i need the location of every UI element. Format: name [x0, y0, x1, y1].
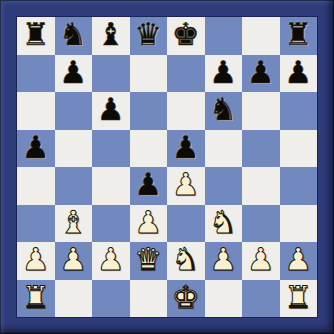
square-a1[interactable]: ♜	[17, 280, 55, 318]
black-pawn-icon: ♟	[59, 55, 87, 92]
white-queen-icon: ♛	[134, 242, 162, 279]
square-c7[interactable]	[92, 55, 130, 93]
square-c6[interactable]: ♟	[92, 92, 130, 130]
square-h1[interactable]: ♜	[280, 280, 318, 318]
white-pawn-icon: ♟	[59, 242, 87, 279]
square-g8[interactable]	[242, 17, 280, 55]
chess-board: ♜♞♝♛♚♜♟♟♟♟♟♞♟♟♟♟♝♟♞♟♟♟♛♞♟♟♟♜♚♜	[16, 16, 318, 318]
square-h8[interactable]: ♜	[280, 17, 318, 55]
black-pawn-icon: ♟	[172, 130, 200, 167]
black-pawn-icon: ♟	[97, 92, 125, 129]
square-h6[interactable]	[280, 92, 318, 130]
square-d4[interactable]: ♟	[130, 167, 168, 205]
square-h2[interactable]: ♟	[280, 242, 318, 280]
black-pawn-icon: ♟	[284, 55, 312, 92]
square-d3[interactable]: ♟	[130, 205, 168, 243]
square-f4[interactable]	[205, 167, 243, 205]
black-knight-icon: ♞	[59, 17, 87, 54]
square-d6[interactable]	[130, 92, 168, 130]
white-rook-icon: ♜	[22, 280, 50, 317]
square-h4[interactable]	[280, 167, 318, 205]
black-king-icon: ♚	[172, 17, 200, 54]
square-e4[interactable]: ♟	[167, 167, 205, 205]
black-queen-icon: ♛	[134, 17, 162, 54]
square-e6[interactable]	[167, 92, 205, 130]
white-knight-icon: ♞	[209, 205, 237, 242]
square-f5[interactable]	[205, 130, 243, 168]
square-f1[interactable]	[205, 280, 243, 318]
square-d7[interactable]	[130, 55, 168, 93]
square-g7[interactable]: ♟	[242, 55, 280, 93]
white-pawn-icon: ♟	[97, 242, 125, 279]
square-a4[interactable]	[17, 167, 55, 205]
square-b3[interactable]: ♝	[55, 205, 93, 243]
square-f7[interactable]: ♟	[205, 55, 243, 93]
square-b8[interactable]: ♞	[55, 17, 93, 55]
square-g1[interactable]	[242, 280, 280, 318]
white-pawn-icon: ♟	[209, 242, 237, 279]
square-b1[interactable]	[55, 280, 93, 318]
square-h7[interactable]: ♟	[280, 55, 318, 93]
square-e2[interactable]: ♞	[167, 242, 205, 280]
square-b2[interactable]: ♟	[55, 242, 93, 280]
white-pawn-icon: ♟	[172, 167, 200, 204]
square-h3[interactable]	[280, 205, 318, 243]
square-g6[interactable]	[242, 92, 280, 130]
square-d2[interactable]: ♛	[130, 242, 168, 280]
square-g2[interactable]: ♟	[242, 242, 280, 280]
square-a2[interactable]: ♟	[17, 242, 55, 280]
square-f6[interactable]: ♞	[205, 92, 243, 130]
square-h5[interactable]	[280, 130, 318, 168]
square-b4[interactable]	[55, 167, 93, 205]
white-pawn-icon: ♟	[22, 242, 50, 279]
square-e1[interactable]: ♚	[167, 280, 205, 318]
square-e5[interactable]: ♟	[167, 130, 205, 168]
square-b5[interactable]	[55, 130, 93, 168]
black-knight-icon: ♞	[209, 92, 237, 129]
black-pawn-icon: ♟	[247, 55, 275, 92]
white-king-icon: ♚	[172, 280, 200, 317]
square-c3[interactable]	[92, 205, 130, 243]
square-f8[interactable]	[205, 17, 243, 55]
square-e3[interactable]	[167, 205, 205, 243]
white-pawn-icon: ♟	[247, 242, 275, 279]
square-f3[interactable]: ♞	[205, 205, 243, 243]
black-rook-icon: ♜	[284, 17, 312, 54]
white-knight-icon: ♞	[172, 242, 200, 279]
white-pawn-icon: ♟	[134, 205, 162, 242]
board-frame: ♜♞♝♛♚♜♟♟♟♟♟♞♟♟♟♟♝♟♞♟♟♟♛♞♟♟♟♜♚♜	[0, 0, 334, 334]
white-rook-icon: ♜	[284, 280, 312, 317]
black-rook-icon: ♜	[22, 17, 50, 54]
square-a7[interactable]	[17, 55, 55, 93]
square-a3[interactable]	[17, 205, 55, 243]
square-f2[interactable]: ♟	[205, 242, 243, 280]
white-bishop-icon: ♝	[59, 205, 87, 242]
square-d8[interactable]: ♛	[130, 17, 168, 55]
square-c8[interactable]: ♝	[92, 17, 130, 55]
square-g4[interactable]	[242, 167, 280, 205]
square-a6[interactable]	[17, 92, 55, 130]
square-g5[interactable]	[242, 130, 280, 168]
square-d5[interactable]	[130, 130, 168, 168]
black-bishop-icon: ♝	[97, 17, 125, 54]
square-e7[interactable]	[167, 55, 205, 93]
black-pawn-icon: ♟	[134, 167, 162, 204]
square-e8[interactable]: ♚	[167, 17, 205, 55]
square-b6[interactable]	[55, 92, 93, 130]
square-a8[interactable]: ♜	[17, 17, 55, 55]
square-c5[interactable]	[92, 130, 130, 168]
square-c4[interactable]	[92, 167, 130, 205]
black-pawn-icon: ♟	[209, 55, 237, 92]
square-g3[interactable]	[242, 205, 280, 243]
square-b7[interactable]: ♟	[55, 55, 93, 93]
black-pawn-icon: ♟	[22, 130, 50, 167]
square-a5[interactable]: ♟	[17, 130, 55, 168]
square-c1[interactable]	[92, 280, 130, 318]
square-c2[interactable]: ♟	[92, 242, 130, 280]
white-pawn-icon: ♟	[284, 242, 312, 279]
square-d1[interactable]	[130, 280, 168, 318]
